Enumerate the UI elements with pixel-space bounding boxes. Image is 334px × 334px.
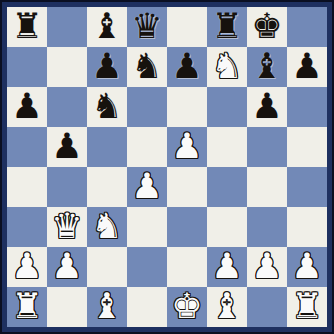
square-b1[interactable] [47, 287, 87, 327]
square-c3[interactable]: ♞ [87, 207, 127, 247]
square-c2[interactable] [87, 247, 127, 287]
square-d1[interactable] [127, 287, 167, 327]
square-h5[interactable] [287, 127, 327, 167]
white-pawn-h2[interactable]: ♟ [291, 247, 322, 286]
square-a3[interactable] [7, 207, 47, 247]
square-a5[interactable] [7, 127, 47, 167]
square-e4[interactable] [167, 167, 207, 207]
square-b8[interactable] [47, 7, 87, 47]
white-pawn-g2[interactable]: ♟ [251, 247, 282, 286]
square-e6[interactable] [167, 87, 207, 127]
square-e2[interactable] [167, 247, 207, 287]
square-d5[interactable] [127, 127, 167, 167]
black-king-g8[interactable]: ♚ [251, 7, 282, 46]
square-a7[interactable] [7, 47, 47, 87]
square-g4[interactable] [247, 167, 287, 207]
square-c4[interactable] [87, 167, 127, 207]
square-b4[interactable] [47, 167, 87, 207]
white-pawn-b2[interactable]: ♟ [51, 247, 82, 286]
black-knight-c6[interactable]: ♞ [91, 87, 122, 126]
white-rook-h1[interactable]: ♜ [291, 287, 322, 326]
square-f6[interactable] [207, 87, 247, 127]
square-f1[interactable]: ♝ [207, 287, 247, 327]
black-rook-f8[interactable]: ♜ [211, 7, 242, 46]
white-bishop-c1[interactable]: ♝ [91, 287, 122, 326]
square-h3[interactable] [287, 207, 327, 247]
black-pawn-g6[interactable]: ♟ [251, 87, 282, 126]
square-a2[interactable]: ♟ [7, 247, 47, 287]
square-d8[interactable]: ♛ [127, 7, 167, 47]
square-g1[interactable] [247, 287, 287, 327]
square-f4[interactable] [207, 167, 247, 207]
square-a8[interactable]: ♜ [7, 7, 47, 47]
square-d6[interactable] [127, 87, 167, 127]
square-d4[interactable]: ♟ [127, 167, 167, 207]
square-a6[interactable]: ♟ [7, 87, 47, 127]
square-b7[interactable] [47, 47, 87, 87]
black-pawn-h7[interactable]: ♟ [291, 47, 322, 86]
white-bishop-f1[interactable]: ♝ [211, 287, 242, 326]
white-knight-f7[interactable]: ♞ [211, 47, 242, 86]
square-e1[interactable]: ♚ [167, 287, 207, 327]
square-g7[interactable]: ♝ [247, 47, 287, 87]
square-h1[interactable]: ♜ [287, 287, 327, 327]
square-f2[interactable]: ♟ [207, 247, 247, 287]
square-g8[interactable]: ♚ [247, 7, 287, 47]
chess-board-frame: ♜♝♛♜♚♟♞♟♞♝♟♟♞♟♟♟♟♛♞♟♟♟♟♟♜♝♚♝♜ [0, 0, 334, 334]
square-h2[interactable]: ♟ [287, 247, 327, 287]
black-bishop-g7[interactable]: ♝ [251, 47, 282, 86]
black-bishop-c8[interactable]: ♝ [91, 7, 122, 46]
square-f8[interactable]: ♜ [207, 7, 247, 47]
square-c1[interactable]: ♝ [87, 287, 127, 327]
square-f3[interactable] [207, 207, 247, 247]
black-pawn-c7[interactable]: ♟ [91, 47, 122, 86]
black-queen-d8[interactable]: ♛ [131, 7, 162, 46]
black-rook-a8[interactable]: ♜ [11, 7, 42, 46]
square-c8[interactable]: ♝ [87, 7, 127, 47]
square-g6[interactable]: ♟ [247, 87, 287, 127]
chess-board: ♜♝♛♜♚♟♞♟♞♝♟♟♞♟♟♟♟♛♞♟♟♟♟♟♜♝♚♝♜ [7, 7, 327, 327]
square-e7[interactable]: ♟ [167, 47, 207, 87]
square-b3[interactable]: ♛ [47, 207, 87, 247]
white-pawn-f2[interactable]: ♟ [211, 247, 242, 286]
white-pawn-a2[interactable]: ♟ [11, 247, 42, 286]
square-d3[interactable] [127, 207, 167, 247]
square-d2[interactable] [127, 247, 167, 287]
white-king-e1[interactable]: ♚ [171, 287, 202, 326]
square-b2[interactable]: ♟ [47, 247, 87, 287]
square-g3[interactable] [247, 207, 287, 247]
white-queen-b3[interactable]: ♛ [51, 207, 82, 246]
square-h4[interactable] [287, 167, 327, 207]
square-e5[interactable]: ♟ [167, 127, 207, 167]
square-g5[interactable] [247, 127, 287, 167]
square-e3[interactable] [167, 207, 207, 247]
square-d7[interactable]: ♞ [127, 47, 167, 87]
white-pawn-d4[interactable]: ♟ [131, 167, 162, 206]
black-pawn-a6[interactable]: ♟ [11, 87, 42, 126]
square-b6[interactable] [47, 87, 87, 127]
square-h6[interactable] [287, 87, 327, 127]
square-f5[interactable] [207, 127, 247, 167]
square-b5[interactable]: ♟ [47, 127, 87, 167]
square-c7[interactable]: ♟ [87, 47, 127, 87]
black-pawn-b5[interactable]: ♟ [51, 127, 82, 166]
square-e8[interactable] [167, 7, 207, 47]
white-pawn-e5[interactable]: ♟ [171, 127, 202, 166]
square-c5[interactable] [87, 127, 127, 167]
square-c6[interactable]: ♞ [87, 87, 127, 127]
square-f7[interactable]: ♞ [207, 47, 247, 87]
square-a4[interactable] [7, 167, 47, 207]
black-knight-d7[interactable]: ♞ [131, 47, 162, 86]
black-pawn-e7[interactable]: ♟ [171, 47, 202, 86]
square-h8[interactable] [287, 7, 327, 47]
white-knight-c3[interactable]: ♞ [91, 207, 122, 246]
square-g2[interactable]: ♟ [247, 247, 287, 287]
square-h7[interactable]: ♟ [287, 47, 327, 87]
square-a1[interactable]: ♜ [7, 287, 47, 327]
white-rook-a1[interactable]: ♜ [11, 287, 42, 326]
